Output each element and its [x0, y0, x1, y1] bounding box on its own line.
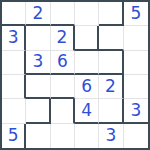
puzzle-board: 253236624353 — [0, 0, 150, 150]
given-digit: 3 — [106, 127, 117, 144]
cell-r3c5[interactable] — [99, 51, 123, 75]
cell-r5c2[interactable] — [26, 99, 50, 123]
given-digit: 2 — [33, 4, 44, 21]
given-digit: 3 — [130, 101, 141, 118]
cell-r4c3[interactable] — [51, 75, 75, 99]
cell-r2c2[interactable] — [26, 26, 50, 50]
given-digit: 2 — [105, 78, 116, 95]
given-digit: 4 — [81, 101, 92, 118]
cell-r2c5[interactable] — [99, 26, 123, 50]
cell-r6c6[interactable] — [124, 124, 148, 148]
cell-r1c6[interactable]: 5 — [124, 2, 148, 26]
cell-r5c1[interactable] — [2, 99, 26, 123]
given-digit: 5 — [8, 127, 19, 144]
cell-r6c5[interactable]: 3 — [99, 124, 123, 148]
cell-r3c4[interactable] — [75, 51, 99, 75]
cell-r4c4[interactable]: 6 — [75, 75, 99, 99]
cell-r6c2[interactable] — [26, 124, 50, 148]
cell-r4c5[interactable]: 2 — [99, 75, 123, 99]
cell-r1c1[interactable] — [2, 2, 26, 26]
cell-r4c2[interactable] — [26, 75, 50, 99]
cell-r1c4[interactable] — [75, 2, 99, 26]
cell-r4c1[interactable] — [2, 75, 26, 99]
cell-r5c4[interactable]: 4 — [75, 99, 99, 123]
cell-r3c2[interactable]: 3 — [26, 51, 50, 75]
cell-r1c5[interactable] — [99, 2, 123, 26]
cell-r6c1[interactable]: 5 — [2, 124, 26, 148]
cell-r5c6[interactable]: 3 — [124, 99, 148, 123]
given-digit: 3 — [8, 29, 19, 46]
cell-r3c3[interactable]: 6 — [51, 51, 75, 75]
cell-r5c3[interactable] — [51, 99, 75, 123]
cell-r2c4[interactable] — [75, 26, 99, 50]
given-digit: 6 — [81, 78, 92, 95]
cell-r2c3[interactable]: 2 — [51, 26, 75, 50]
cell-r4c6[interactable] — [124, 75, 148, 99]
cell-r1c2[interactable]: 2 — [26, 2, 50, 26]
given-digit: 2 — [56, 29, 67, 46]
given-digit: 6 — [57, 53, 68, 70]
cell-r6c4[interactable] — [75, 124, 99, 148]
cell-r6c3[interactable] — [51, 124, 75, 148]
cell-r2c1[interactable]: 3 — [2, 26, 26, 50]
given-digit: 3 — [33, 53, 44, 70]
cell-r2c6[interactable] — [124, 26, 148, 50]
cell-r3c1[interactable] — [2, 51, 26, 75]
cell-r5c5[interactable] — [99, 99, 123, 123]
given-digit: 5 — [130, 5, 141, 22]
cell-r1c3[interactable] — [51, 2, 75, 26]
cell-r3c6[interactable] — [124, 51, 148, 75]
